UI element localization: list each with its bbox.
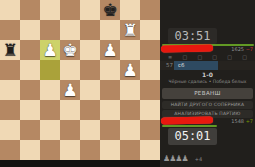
square-e4[interactable] bbox=[80, 80, 100, 100]
move-number: 57 bbox=[166, 62, 173, 68]
white-rook[interactable]: ♜ bbox=[120, 20, 140, 40]
square-g1[interactable] bbox=[120, 140, 140, 160]
white-player-row: 1548 +7 bbox=[160, 117, 255, 125]
chess-board: ♚♜♜♟♚♟♟♟ bbox=[0, 0, 160, 160]
square-b1[interactable] bbox=[20, 140, 40, 160]
square-f8[interactable]: ♚ bbox=[100, 0, 120, 20]
white-king[interactable]: ♚ bbox=[60, 40, 80, 60]
toolbar: ≡□□□□□ bbox=[160, 53, 255, 61]
page-background-strip bbox=[0, 160, 160, 167]
bottom-progress-bar bbox=[162, 125, 217, 127]
square-f7[interactable] bbox=[100, 20, 120, 40]
square-h7[interactable] bbox=[140, 20, 160, 40]
game-sidebar: 03:51 1625 −7 ≡□□□□□ 57 c6 1-0 Чёрные сд… bbox=[160, 0, 255, 167]
square-e8[interactable] bbox=[80, 0, 100, 20]
square-d5[interactable] bbox=[60, 60, 80, 80]
result-score: 1-0 bbox=[160, 71, 255, 78]
flip-board-icon[interactable]: □ bbox=[182, 53, 187, 61]
square-b2[interactable] bbox=[20, 120, 40, 140]
square-e5[interactable] bbox=[80, 60, 100, 80]
square-f5[interactable] bbox=[100, 60, 120, 80]
new-opponent-button[interactable]: НАЙТИ ДРУГОГО СОПЕРНИКА bbox=[162, 101, 253, 109]
square-a7[interactable] bbox=[0, 20, 20, 40]
current-move[interactable]: c6 bbox=[174, 61, 218, 70]
square-a6[interactable]: ♜ bbox=[0, 40, 20, 60]
square-g6[interactable] bbox=[120, 40, 140, 60]
square-h3[interactable] bbox=[140, 100, 160, 120]
square-g3[interactable] bbox=[120, 100, 140, 120]
material-advantage: +4 bbox=[195, 156, 202, 162]
square-h2[interactable] bbox=[140, 120, 160, 140]
square-c1[interactable] bbox=[40, 140, 60, 160]
white-clock: 05:01 bbox=[168, 128, 217, 145]
black-rating: 1625 −7 bbox=[231, 46, 253, 52]
rematch-button[interactable]: РЕВАНШ bbox=[162, 88, 253, 99]
white-pawn[interactable]: ♟ bbox=[100, 40, 120, 60]
square-c2[interactable] bbox=[40, 120, 60, 140]
square-a8[interactable] bbox=[0, 0, 20, 20]
square-d3[interactable] bbox=[60, 100, 80, 120]
square-b5[interactable] bbox=[20, 60, 40, 80]
square-f2[interactable] bbox=[100, 120, 120, 140]
first-move-icon[interactable]: □ bbox=[197, 53, 202, 61]
square-d4[interactable]: ♟ bbox=[60, 80, 80, 100]
square-d8[interactable] bbox=[60, 0, 80, 20]
square-a2[interactable] bbox=[0, 120, 20, 140]
previous-move-icon[interactable]: □ bbox=[212, 53, 217, 61]
black-rating-delta: −7 bbox=[246, 46, 253, 52]
black-king[interactable]: ♚ bbox=[100, 0, 120, 20]
square-a5[interactable] bbox=[0, 60, 20, 80]
square-g4[interactable] bbox=[120, 80, 140, 100]
next-move-icon[interactable]: □ bbox=[227, 53, 232, 61]
redacted-username-white[interactable] bbox=[161, 116, 213, 124]
last-move-icon[interactable]: □ bbox=[242, 53, 247, 61]
captured-pieces-tray: ♟♟♟♟ +4 bbox=[163, 146, 202, 155]
square-f6[interactable]: ♟ bbox=[100, 40, 120, 60]
square-a1[interactable] bbox=[0, 140, 20, 160]
square-c8[interactable] bbox=[40, 0, 60, 20]
black-clock: 03:51 bbox=[168, 28, 217, 44]
result-reason: Чёрные сдались • Победа белых bbox=[160, 79, 255, 84]
square-h4[interactable] bbox=[140, 80, 160, 100]
white-rating-delta: +7 bbox=[246, 118, 253, 124]
square-g2[interactable] bbox=[120, 120, 140, 140]
square-e2[interactable] bbox=[80, 120, 100, 140]
square-b4[interactable] bbox=[20, 80, 40, 100]
square-c6[interactable]: ♟ bbox=[40, 40, 60, 60]
square-f4[interactable] bbox=[100, 80, 120, 100]
square-b3[interactable] bbox=[20, 100, 40, 120]
black-rook[interactable]: ♜ bbox=[0, 40, 20, 60]
square-e6[interactable] bbox=[80, 40, 100, 60]
move-list-row: 57 c6 bbox=[160, 61, 255, 70]
square-h8[interactable] bbox=[140, 0, 160, 20]
square-g5[interactable]: ♟ bbox=[120, 60, 140, 80]
square-d1[interactable] bbox=[60, 140, 80, 160]
square-e3[interactable] bbox=[80, 100, 100, 120]
square-c5[interactable] bbox=[40, 60, 60, 80]
square-b6[interactable] bbox=[20, 40, 40, 60]
square-b8[interactable] bbox=[20, 0, 40, 20]
white-pawn[interactable]: ♟ bbox=[120, 60, 140, 80]
square-a4[interactable] bbox=[0, 80, 20, 100]
black-rating-value: 1625 bbox=[231, 46, 244, 52]
square-a3[interactable] bbox=[0, 100, 20, 120]
square-d6[interactable]: ♚ bbox=[60, 40, 80, 60]
black-player-row: 1625 −7 bbox=[160, 45, 255, 53]
square-h1[interactable] bbox=[140, 140, 160, 160]
square-e7[interactable] bbox=[80, 20, 100, 40]
white-pawn[interactable]: ♟ bbox=[40, 40, 60, 60]
square-h6[interactable] bbox=[140, 40, 160, 60]
square-c7[interactable] bbox=[40, 20, 60, 40]
square-f1[interactable] bbox=[100, 140, 120, 160]
menu-icon[interactable]: ≡ bbox=[168, 53, 172, 61]
square-h5[interactable] bbox=[140, 60, 160, 80]
white-rating-value: 1548 bbox=[231, 118, 244, 124]
square-d2[interactable] bbox=[60, 120, 80, 140]
square-g7[interactable]: ♜ bbox=[120, 20, 140, 40]
captured-black-pawns: ♟♟♟♟ bbox=[163, 154, 188, 163]
square-d7[interactable] bbox=[60, 20, 80, 40]
square-e1[interactable] bbox=[80, 140, 100, 160]
square-f3[interactable] bbox=[100, 100, 120, 120]
redacted-username-black[interactable] bbox=[161, 44, 213, 52]
square-g8[interactable] bbox=[120, 0, 140, 20]
square-b7[interactable] bbox=[20, 20, 40, 40]
white-pawn[interactable]: ♟ bbox=[60, 80, 80, 100]
game-page: ♚♜♜♟♚♟♟♟ 03:51 1625 −7 ≡□□□□□ 57 c6 1-0 … bbox=[0, 0, 255, 167]
square-c4[interactable] bbox=[40, 80, 60, 100]
square-c3[interactable] bbox=[40, 100, 60, 120]
white-rating: 1548 +7 bbox=[231, 118, 253, 124]
